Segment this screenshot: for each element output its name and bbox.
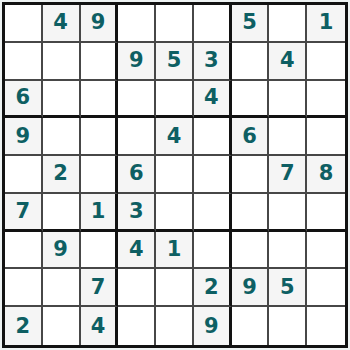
sudoku-cell-r3c9[interactable] xyxy=(307,81,345,119)
sudoku-cell-r3c1: 6 xyxy=(5,81,43,119)
sudoku-cell-r6c4: 3 xyxy=(118,194,156,232)
sudoku-cell-r6c2[interactable] xyxy=(43,194,81,232)
sudoku-cell-r2c1[interactable] xyxy=(5,43,43,81)
sudoku-cell-r2c8: 4 xyxy=(269,43,307,81)
sudoku-cell-r5c2: 2 xyxy=(43,156,81,194)
sudoku-cell-r8c4[interactable] xyxy=(118,269,156,307)
sudoku-cell-r7c6[interactable] xyxy=(194,232,232,270)
sudoku-cell-r6c6[interactable] xyxy=(194,194,232,232)
sudoku-cell-r2c3[interactable] xyxy=(81,43,119,81)
sudoku-cell-r2c5: 5 xyxy=(156,43,194,81)
sudoku-cell-r6c9[interactable] xyxy=(307,194,345,232)
sudoku-cell-r3c4[interactable] xyxy=(118,81,156,119)
sudoku-cell-r4c9[interactable] xyxy=(307,118,345,156)
sudoku-cell-r9c4[interactable] xyxy=(118,307,156,345)
sudoku-cell-r2c2[interactable] xyxy=(43,43,81,81)
sudoku-cell-r4c6[interactable] xyxy=(194,118,232,156)
sudoku-cell-r2c4: 9 xyxy=(118,43,156,81)
sudoku-cell-r6c1: 7 xyxy=(5,194,43,232)
sudoku-cell-r9c6: 9 xyxy=(194,307,232,345)
sudoku-cell-r7c2: 9 xyxy=(43,232,81,270)
sudoku-frame: 495195346494626787139417295249 xyxy=(0,0,350,350)
sudoku-cell-r1c6[interactable] xyxy=(194,5,232,43)
sudoku-cell-r7c8[interactable] xyxy=(269,232,307,270)
sudoku-cell-r7c5: 1 xyxy=(156,232,194,270)
sudoku-cell-r8c5[interactable] xyxy=(156,269,194,307)
sudoku-cell-r3c6: 4 xyxy=(194,81,232,119)
sudoku-cell-r1c8[interactable] xyxy=(269,5,307,43)
sudoku-cell-r3c2[interactable] xyxy=(43,81,81,119)
sudoku-cell-r1c5[interactable] xyxy=(156,5,194,43)
sudoku-cell-r7c1[interactable] xyxy=(5,232,43,270)
sudoku-cell-r1c7: 5 xyxy=(232,5,270,43)
sudoku-cell-r4c7: 6 xyxy=(232,118,270,156)
sudoku-cell-r7c7[interactable] xyxy=(232,232,270,270)
sudoku-cell-r3c8[interactable] xyxy=(269,81,307,119)
sudoku-cell-r6c5[interactable] xyxy=(156,194,194,232)
sudoku-cell-r9c8[interactable] xyxy=(269,307,307,345)
sudoku-cell-r9c5[interactable] xyxy=(156,307,194,345)
sudoku-cell-r3c5[interactable] xyxy=(156,81,194,119)
sudoku-cell-r2c7[interactable] xyxy=(232,43,270,81)
sudoku-cell-r1c2: 4 xyxy=(43,5,81,43)
sudoku-cell-r1c1[interactable] xyxy=(5,5,43,43)
sudoku-cell-r8c2[interactable] xyxy=(43,269,81,307)
sudoku-cell-r9c1: 2 xyxy=(5,307,43,345)
sudoku-cell-r8c3: 7 xyxy=(81,269,119,307)
sudoku-cell-r9c9[interactable] xyxy=(307,307,345,345)
sudoku-cell-r7c9[interactable] xyxy=(307,232,345,270)
sudoku-cell-r2c6: 3 xyxy=(194,43,232,81)
sudoku-board: 495195346494626787139417295249 xyxy=(2,2,348,348)
sudoku-cell-r4c3[interactable] xyxy=(81,118,119,156)
sudoku-cell-r5c4: 6 xyxy=(118,156,156,194)
sudoku-cell-r5c1[interactable] xyxy=(5,156,43,194)
sudoku-cell-r1c9: 1 xyxy=(307,5,345,43)
sudoku-cell-r5c5[interactable] xyxy=(156,156,194,194)
sudoku-cell-r9c2[interactable] xyxy=(43,307,81,345)
sudoku-cell-r3c3[interactable] xyxy=(81,81,119,119)
sudoku-cell-r5c7[interactable] xyxy=(232,156,270,194)
sudoku-cell-r8c9[interactable] xyxy=(307,269,345,307)
sudoku-cell-r4c4[interactable] xyxy=(118,118,156,156)
sudoku-cell-r9c7[interactable] xyxy=(232,307,270,345)
sudoku-cell-r5c9: 8 xyxy=(307,156,345,194)
sudoku-cell-r4c5: 4 xyxy=(156,118,194,156)
sudoku-cell-r2c9[interactable] xyxy=(307,43,345,81)
sudoku-cell-r3c7[interactable] xyxy=(232,81,270,119)
sudoku-cell-r4c1: 9 xyxy=(5,118,43,156)
sudoku-cell-r6c8[interactable] xyxy=(269,194,307,232)
sudoku-cell-r8c1[interactable] xyxy=(5,269,43,307)
sudoku-cell-r8c7: 9 xyxy=(232,269,270,307)
sudoku-cell-r4c8[interactable] xyxy=(269,118,307,156)
sudoku-cell-r1c4[interactable] xyxy=(118,5,156,43)
sudoku-cell-r9c3: 4 xyxy=(81,307,119,345)
sudoku-cell-r8c6: 2 xyxy=(194,269,232,307)
sudoku-cell-r8c8: 5 xyxy=(269,269,307,307)
sudoku-cell-r1c3: 9 xyxy=(81,5,119,43)
sudoku-cell-r7c4: 4 xyxy=(118,232,156,270)
sudoku-cell-r7c3[interactable] xyxy=(81,232,119,270)
sudoku-cell-r4c2[interactable] xyxy=(43,118,81,156)
sudoku-cell-r6c3: 1 xyxy=(81,194,119,232)
sudoku-cell-r5c8: 7 xyxy=(269,156,307,194)
sudoku-cell-r6c7[interactable] xyxy=(232,194,270,232)
sudoku-cell-r5c3[interactable] xyxy=(81,156,119,194)
sudoku-cell-r5c6[interactable] xyxy=(194,156,232,194)
